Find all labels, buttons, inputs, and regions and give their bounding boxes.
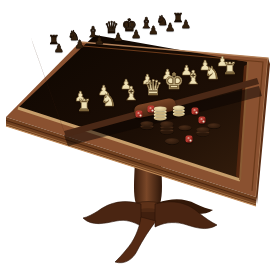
checkers-storage [0, 0, 280, 280]
die-pip [190, 140, 192, 142]
die [199, 117, 206, 124]
die-pip [203, 121, 205, 123]
die [192, 108, 199, 115]
die-pip [138, 112, 140, 114]
die-pip [194, 109, 196, 111]
die-pip [201, 118, 203, 120]
checker-dark [196, 127, 209, 133]
die-pip [150, 107, 152, 109]
die [186, 136, 193, 143]
die-pip [140, 115, 142, 117]
checker-dark [207, 123, 220, 128]
product-photo: ♜♞♝♛♚♝♞♜♟♟♟♟♟♟♟♟♟♟♟♟♟♟♟♟♜♞♝♛♚♝♞♜ [0, 0, 280, 280]
checker-dark [165, 138, 179, 144]
die-pip [188, 137, 190, 139]
die-pip [196, 112, 198, 114]
checker-light [154, 106, 167, 111]
checker-dark [178, 125, 191, 130]
die [136, 111, 143, 118]
checker-dark [160, 122, 173, 128]
